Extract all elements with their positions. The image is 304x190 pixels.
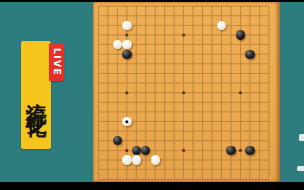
white-stone[interactable] [122,40,131,49]
live-badge-label: LIVE [52,48,62,76]
overlay-title: 流行变化 [21,85,51,105]
black-stone[interactable] [132,146,141,155]
star-point [125,33,128,36]
black-stone[interactable] [245,146,254,155]
stream-frame: 流行变化 LIVE [0,0,304,190]
black-stone[interactable] [245,50,254,59]
white-stone[interactable] [132,155,141,164]
white-stone[interactable] [217,21,226,30]
star-point [182,33,185,36]
overlay-banner: 流行变化 [21,41,51,149]
clipped-ui-fragment [299,134,304,141]
black-stone[interactable] [122,50,131,59]
clipped-ui-fragment [297,166,304,171]
black-stone[interactable] [226,146,235,155]
letterbox-bar-bottom [0,182,304,190]
star-point [239,91,242,94]
star-point [239,149,242,152]
black-stone[interactable] [236,30,245,39]
white-stone[interactable] [122,117,131,126]
last-move-marker [125,120,128,123]
white-stone[interactable] [122,21,131,30]
star-point [182,149,185,152]
white-stone[interactable] [122,155,131,164]
live-badge: LIVE [49,43,64,81]
star-point [182,91,185,94]
star-point [125,149,128,152]
board-grid [93,2,280,182]
star-point [125,91,128,94]
white-stone[interactable] [151,155,160,164]
go-board[interactable] [93,2,280,182]
